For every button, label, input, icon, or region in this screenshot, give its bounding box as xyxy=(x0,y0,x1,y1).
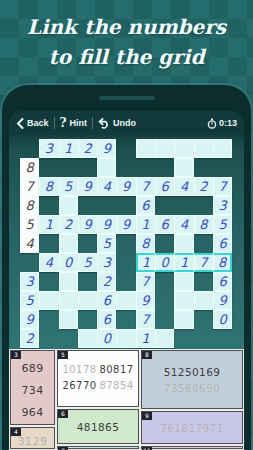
grid-cell-r3c6[interactable]: 9 xyxy=(116,177,135,196)
grid-cell-r10c3[interactable] xyxy=(59,310,78,329)
grid-cell-r9c5[interactable]: 6 xyxy=(97,291,116,310)
number-option-761817971: 761817971 xyxy=(160,422,224,434)
timer: 0:13 xyxy=(207,118,237,129)
number-panel-5: 510178808172677087854 xyxy=(57,350,139,407)
banner-title: Link the numbers to fill the grid xyxy=(0,12,253,72)
number-option-26770[interactable]: 26770 xyxy=(63,380,97,391)
grid-cell-r8c1[interactable]: 3 xyxy=(20,272,39,291)
grid-cell-r8c5[interactable]: 2 xyxy=(97,272,116,291)
grid-cell-r9c7[interactable]: 9 xyxy=(136,291,155,310)
grid-cell-r7c4[interactable]: 5 xyxy=(78,253,97,272)
tray-column: 51017880817267708785464818657 xyxy=(56,349,140,450)
grid-cell-r5c8[interactable]: 6 xyxy=(155,215,174,234)
grid-cell-r1c7[interactable] xyxy=(136,139,155,158)
grid-cell-r6c7[interactable]: 8 xyxy=(136,234,155,253)
panel-number-list: 10178808172677087854 xyxy=(58,351,138,391)
number-panel-7: 7 xyxy=(57,446,139,449)
grid-cell-r2c5[interactable] xyxy=(97,158,116,177)
grid-cell-r11c5[interactable]: 0 xyxy=(97,329,116,348)
banner-line-2: to fill the grid xyxy=(0,42,253,72)
grid-cell-r1c11[interactable] xyxy=(213,139,232,158)
grid-cell-r11c1[interactable]: 2 xyxy=(20,329,39,348)
number-panel-8: 85125016973568690 xyxy=(141,350,243,409)
grid-cell-r9c2[interactable] xyxy=(39,291,58,310)
grid-cell-r11c4[interactable] xyxy=(78,329,97,348)
grid-cell-r4c11[interactable]: 3 xyxy=(213,196,232,215)
undo-button[interactable]: Undo xyxy=(98,118,136,129)
grid-cell-r9c4[interactable] xyxy=(78,291,97,310)
panel-length-badge: 3 xyxy=(11,351,21,359)
grid-cell-r10c7[interactable]: 7 xyxy=(136,310,155,329)
grid-cell-r5c1[interactable]: 5 xyxy=(20,215,39,234)
grid-cell-r9c10[interactable] xyxy=(194,291,213,310)
grid-cell-r5c2[interactable]: 1 xyxy=(39,215,58,234)
grid-cell-r1c2[interactable]: 3 xyxy=(39,139,58,158)
stopwatch-icon xyxy=(207,118,217,129)
grid-cell-r3c4[interactable]: 9 xyxy=(78,177,97,196)
grid-cell-r8c3[interactable] xyxy=(59,272,78,291)
grid-cell-r5c4[interactable]: 9 xyxy=(78,215,97,234)
panel-number-list: 761817971 xyxy=(142,412,242,443)
panel-length-badge: 8 xyxy=(142,351,152,359)
grid-cell-r9c3[interactable] xyxy=(59,291,78,310)
number-option-73568690: 73568690 xyxy=(164,382,221,394)
tray-column: 85125016973568690976181797111 xyxy=(140,349,244,450)
number-panel-4: 43129 xyxy=(10,427,55,449)
grid-cell-r11c7[interactable]: 1 xyxy=(136,329,155,348)
grid-cell-r6c11[interactable]: 6 xyxy=(213,234,232,253)
grid-cell-r10c11[interactable]: 0 xyxy=(213,310,232,329)
grid-cell-r10c9[interactable] xyxy=(174,310,193,329)
grid-cell-r11c8[interactable] xyxy=(155,329,174,348)
grid-cell-r2c9[interactable] xyxy=(174,158,193,177)
grid-cell-r3c7[interactable]: 7 xyxy=(136,177,155,196)
question-mark-icon: ? xyxy=(60,117,67,129)
number-tray: 3689734964431295101788081726770878546481… xyxy=(9,349,244,450)
grid-cell-r3c9[interactable]: 4 xyxy=(174,177,193,196)
grid-cell-r5c10[interactable]: 8 xyxy=(194,215,213,234)
panel-number-list: 5125016973568690 xyxy=(142,351,242,394)
number-panel-6: 6481865 xyxy=(57,409,139,444)
grid-cell-r9c9[interactable] xyxy=(174,291,193,310)
grid-cell-r7c8[interactable]: 0 xyxy=(155,253,174,272)
grid-cell-r7c3[interactable]: 0 xyxy=(59,253,78,272)
panel-length-badge: 5 xyxy=(58,351,68,359)
grid-cell-r8c9[interactable] xyxy=(174,272,193,291)
grid-cell-r4c3[interactable] xyxy=(59,196,78,215)
grid-cell-r5c5[interactable]: 9 xyxy=(97,215,116,234)
timer-value: 0:13 xyxy=(219,118,237,128)
grid-cell-r3c2[interactable]: 8 xyxy=(39,177,58,196)
grid-cell-r1c10[interactable] xyxy=(194,139,213,158)
panel-length-badge: 6 xyxy=(58,410,68,418)
grid-cell-r7c2[interactable]: 4 xyxy=(39,253,58,272)
grid-cell-r7c5[interactable]: 3 xyxy=(97,253,116,272)
grid-cell-r7c10[interactable]: 7 xyxy=(194,253,213,272)
toolbar-divider xyxy=(54,117,55,129)
grid-cell-r6c9[interactable] xyxy=(174,234,193,253)
panel-length-badge: 9 xyxy=(142,412,152,420)
grid-cell-r8c11[interactable]: 6 xyxy=(213,272,232,291)
phone-frame: Back ? Hint Undo xyxy=(2,85,251,450)
number-option-80817[interactable]: 80817 xyxy=(100,364,134,375)
hint-label: Hint xyxy=(70,118,88,128)
number-panel-3: 3689734964 xyxy=(10,350,55,425)
puzzle-grid: 3129878594976427863512999164854586405310… xyxy=(20,139,232,348)
grid-cell-r8c7[interactable]: 7 xyxy=(136,272,155,291)
grid-cell-r5c6[interactable]: 9 xyxy=(116,215,135,234)
app-screen: Back ? Hint Undo xyxy=(9,111,244,450)
number-panel-9: 9761817971 xyxy=(141,411,243,444)
grid-cell-r9c1[interactable]: 5 xyxy=(20,291,39,310)
grid-cell-r5c11[interactable]: 5 xyxy=(213,215,232,234)
number-option-481865[interactable]: 481865 xyxy=(77,421,119,433)
grid-cell-r11c6[interactable] xyxy=(116,329,135,348)
grid-cell-r3c5[interactable]: 4 xyxy=(97,177,116,196)
grid-cell-r1c8[interactable] xyxy=(155,139,174,158)
grid-cell-r5c7[interactable]: 1 xyxy=(136,215,155,234)
grid-cell-r4c7[interactable]: 6 xyxy=(136,196,155,215)
chevron-left-icon xyxy=(16,118,24,129)
grid-cell-r3c3[interactable]: 5 xyxy=(59,177,78,196)
toolbar-divider xyxy=(92,117,93,129)
grid-cell-r9c6[interactable] xyxy=(116,291,135,310)
grid-cell-r9c11[interactable]: 9 xyxy=(213,291,232,310)
grid-cell-r5c3[interactable]: 2 xyxy=(59,215,78,234)
phone-speaker xyxy=(99,96,155,100)
app-toolbar: Back ? Hint Undo xyxy=(9,111,244,135)
number-option-734[interactable]: 734 xyxy=(21,384,43,397)
grid-cell-r7c9[interactable]: 1 xyxy=(174,253,193,272)
panel-number-list: 689734964 xyxy=(11,351,54,419)
panel-number-list: 481865 xyxy=(58,410,138,443)
grid-cell-r6c5[interactable]: 5 xyxy=(97,234,116,253)
grid-cell-r3c10[interactable]: 2 xyxy=(194,177,213,196)
hint-button[interactable]: ? Hint xyxy=(60,117,88,129)
undo-label: Undo xyxy=(113,118,136,128)
number-panel-11: 11 xyxy=(141,446,243,449)
grid-cell-r4c1[interactable]: 8 xyxy=(20,196,39,215)
number-option-87854: 87854 xyxy=(100,380,134,391)
grid-cell-r5c9[interactable]: 4 xyxy=(174,215,193,234)
grid-cell-r3c8[interactable]: 6 xyxy=(155,177,174,196)
back-button[interactable]: Back xyxy=(16,118,49,129)
panel-length-badge: 4 xyxy=(11,428,21,436)
number-option-964[interactable]: 964 xyxy=(21,406,43,419)
grid-cell-r10c5[interactable]: 6 xyxy=(97,310,116,329)
grid-cell-r3c11[interactable]: 7 xyxy=(213,177,232,196)
grid-cell-r2c1[interactable]: 8 xyxy=(20,158,39,177)
banner-line-1: Link the numbers xyxy=(0,12,253,42)
grid-cell-r1c4[interactable]: 2 xyxy=(78,139,97,158)
grid-cell-r6c1[interactable]: 4 xyxy=(20,234,39,253)
grid-cell-r10c1[interactable]: 9 xyxy=(20,310,39,329)
grid-cell-r1c5[interactable]: 9 xyxy=(97,139,116,158)
tray-column: 368973496443129 xyxy=(9,349,56,450)
undo-arrow-icon xyxy=(98,118,110,129)
grid-cell-r1c3[interactable]: 1 xyxy=(59,139,78,158)
back-label: Back xyxy=(27,118,49,128)
number-option-51250169[interactable]: 51250169 xyxy=(164,366,221,378)
grid-cell-r6c3[interactable] xyxy=(59,234,78,253)
grid-cell-r3c1[interactable]: 7 xyxy=(20,177,39,196)
number-option-10178: 10178 xyxy=(63,364,97,375)
grid-cell-r7c11[interactable]: 8 xyxy=(213,253,232,272)
grid-cell-r7c7[interactable]: 1 xyxy=(136,253,155,272)
number-option-3129: 3129 xyxy=(18,435,48,448)
number-option-689[interactable]: 689 xyxy=(21,362,43,375)
grid-cell-r1c9[interactable] xyxy=(174,139,193,158)
